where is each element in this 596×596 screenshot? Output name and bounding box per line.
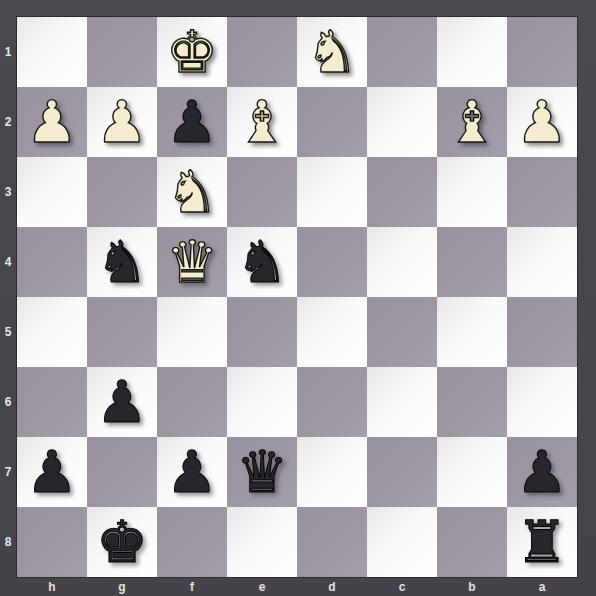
square-a8[interactable]: ♜ (507, 507, 577, 577)
square-h4[interactable] (17, 227, 87, 297)
square-d4[interactable] (297, 227, 367, 297)
rank-label-5: 5 (0, 297, 16, 367)
square-b3[interactable] (437, 157, 507, 227)
square-g8[interactable]: ♚ (87, 507, 157, 577)
square-f8[interactable] (157, 507, 227, 577)
rank-label-4: 4 (0, 227, 16, 297)
piece-black-pawn-f2[interactable]: ♟ (157, 87, 227, 157)
piece-white-bishop-b2[interactable]: ♝ (437, 87, 507, 157)
square-c2[interactable] (367, 87, 437, 157)
square-a6[interactable] (507, 367, 577, 437)
square-c1[interactable] (367, 17, 437, 87)
file-label-c: c (367, 578, 437, 596)
square-f6[interactable] (157, 367, 227, 437)
piece-white-pawn-a2[interactable]: ♟ (507, 87, 577, 157)
square-d5[interactable] (297, 297, 367, 367)
square-c8[interactable] (367, 507, 437, 577)
square-g5[interactable] (87, 297, 157, 367)
square-g2[interactable]: ♟ (87, 87, 157, 157)
square-a4[interactable] (507, 227, 577, 297)
square-d3[interactable] (297, 157, 367, 227)
square-a1[interactable] (507, 17, 577, 87)
square-b1[interactable] (437, 17, 507, 87)
file-labels: hgfedcba (17, 578, 577, 596)
piece-black-pawn-h7[interactable]: ♟ (17, 437, 87, 507)
file-label-g: g (87, 578, 157, 596)
square-b5[interactable] (437, 297, 507, 367)
square-b6[interactable] (437, 367, 507, 437)
square-c6[interactable] (367, 367, 437, 437)
square-g1[interactable] (87, 17, 157, 87)
rank-label-1: 1 (0, 17, 16, 87)
square-h5[interactable] (17, 297, 87, 367)
square-b2[interactable]: ♝ (437, 87, 507, 157)
rank-label-2: 2 (0, 87, 16, 157)
square-e7[interactable]: ♛ (227, 437, 297, 507)
chessboard-frame: 12345678 ♚♞♟♟♟♝♝♟♞♞♛♞♟♟♟♛♟♚♜ hgfedcba (0, 0, 596, 596)
file-label-a: a (507, 578, 577, 596)
square-a2[interactable]: ♟ (507, 87, 577, 157)
file-label-e: e (227, 578, 297, 596)
square-c7[interactable] (367, 437, 437, 507)
piece-white-knight-f3[interactable]: ♞ (157, 157, 227, 227)
square-c3[interactable] (367, 157, 437, 227)
piece-black-queen-e7[interactable]: ♛ (227, 437, 297, 507)
file-label-b: b (437, 578, 507, 596)
square-f4[interactable]: ♛ (157, 227, 227, 297)
square-f3[interactable]: ♞ (157, 157, 227, 227)
square-b4[interactable] (437, 227, 507, 297)
piece-black-king-g8[interactable]: ♚ (87, 507, 157, 577)
piece-black-pawn-a7[interactable]: ♟ (507, 437, 577, 507)
square-g4[interactable]: ♞ (87, 227, 157, 297)
square-e1[interactable] (227, 17, 297, 87)
square-d7[interactable] (297, 437, 367, 507)
square-f2[interactable]: ♟ (157, 87, 227, 157)
square-e8[interactable] (227, 507, 297, 577)
square-e3[interactable] (227, 157, 297, 227)
square-h6[interactable] (17, 367, 87, 437)
square-c4[interactable] (367, 227, 437, 297)
square-g3[interactable] (87, 157, 157, 227)
file-label-d: d (297, 578, 367, 596)
square-d2[interactable] (297, 87, 367, 157)
square-e6[interactable] (227, 367, 297, 437)
piece-white-pawn-g2[interactable]: ♟ (87, 87, 157, 157)
square-f1[interactable]: ♚ (157, 17, 227, 87)
square-c5[interactable] (367, 297, 437, 367)
square-e5[interactable] (227, 297, 297, 367)
square-a7[interactable]: ♟ (507, 437, 577, 507)
square-h1[interactable] (17, 17, 87, 87)
piece-black-pawn-f7[interactable]: ♟ (157, 437, 227, 507)
rank-label-3: 3 (0, 157, 16, 227)
piece-white-pawn-h2[interactable]: ♟ (17, 87, 87, 157)
square-h8[interactable] (17, 507, 87, 577)
piece-black-rook-a8[interactable]: ♜ (507, 507, 577, 577)
piece-white-knight-d1[interactable]: ♞ (297, 17, 367, 87)
rank-label-7: 7 (0, 437, 16, 507)
square-a3[interactable] (507, 157, 577, 227)
square-d6[interactable] (297, 367, 367, 437)
piece-black-knight-g4[interactable]: ♞ (87, 227, 157, 297)
square-f7[interactable]: ♟ (157, 437, 227, 507)
square-h7[interactable]: ♟ (17, 437, 87, 507)
piece-white-king-f1[interactable]: ♚ (157, 17, 227, 87)
square-d1[interactable]: ♞ (297, 17, 367, 87)
square-f5[interactable] (157, 297, 227, 367)
piece-black-knight-e4[interactable]: ♞ (227, 227, 297, 297)
square-g7[interactable] (87, 437, 157, 507)
file-label-f: f (157, 578, 227, 596)
square-a5[interactable] (507, 297, 577, 367)
chessboard: ♚♞♟♟♟♝♝♟♞♞♛♞♟♟♟♛♟♚♜ (16, 16, 578, 578)
rank-label-8: 8 (0, 507, 16, 577)
square-e4[interactable]: ♞ (227, 227, 297, 297)
piece-white-queen-f4[interactable]: ♛ (157, 227, 227, 297)
rank-label-6: 6 (0, 367, 16, 437)
square-g6[interactable]: ♟ (87, 367, 157, 437)
square-b8[interactable] (437, 507, 507, 577)
file-label-h: h (17, 578, 87, 596)
square-h2[interactable]: ♟ (17, 87, 87, 157)
rank-labels: 12345678 (0, 17, 16, 577)
square-e2[interactable]: ♝ (227, 87, 297, 157)
square-d8[interactable] (297, 507, 367, 577)
piece-black-pawn-g6[interactable]: ♟ (87, 367, 157, 437)
square-h3[interactable] (17, 157, 87, 227)
square-b7[interactable] (437, 437, 507, 507)
piece-white-bishop-e2[interactable]: ♝ (227, 87, 297, 157)
